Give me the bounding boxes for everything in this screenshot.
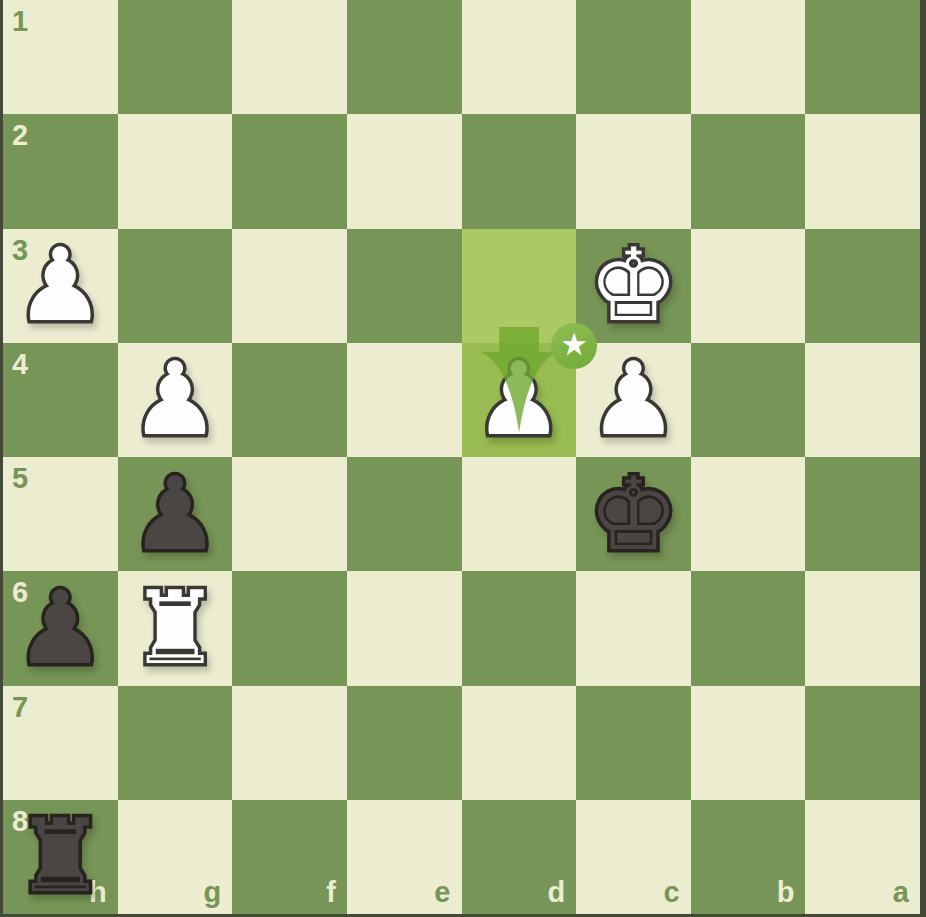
piece-white-pawn[interactable]: [118, 343, 233, 457]
file-label-f: f: [326, 878, 336, 907]
square-g5[interactable]: [118, 457, 233, 571]
square-a2[interactable]: [805, 114, 920, 228]
square-h4[interactable]: 4: [3, 343, 118, 457]
square-h7[interactable]: 7: [3, 686, 118, 800]
square-a8[interactable]: a: [805, 800, 920, 914]
square-f7[interactable]: [232, 686, 347, 800]
file-label-c: c: [664, 878, 680, 907]
square-f2[interactable]: [232, 114, 347, 228]
rank-label-2: 2: [12, 121, 28, 150]
square-e7[interactable]: [347, 686, 462, 800]
square-g2[interactable]: [118, 114, 233, 228]
square-e5[interactable]: [347, 457, 462, 571]
piece-black-rook[interactable]: [3, 800, 118, 914]
square-d3[interactable]: [462, 229, 577, 343]
square-d5[interactable]: [462, 457, 577, 571]
file-label-d: d: [547, 878, 565, 907]
square-e3[interactable]: [347, 229, 462, 343]
square-h2[interactable]: 2: [3, 114, 118, 228]
square-e6[interactable]: [347, 571, 462, 685]
rank-label-7: 7: [12, 693, 28, 722]
square-d7[interactable]: [462, 686, 577, 800]
square-h5[interactable]: 5: [3, 457, 118, 571]
square-a5[interactable]: [805, 457, 920, 571]
square-d8[interactable]: d: [462, 800, 577, 914]
square-c4[interactable]: [576, 343, 691, 457]
square-b2[interactable]: [691, 114, 806, 228]
chess-board: 12345678hgfedcba: [3, 0, 920, 914]
square-d6[interactable]: [462, 571, 577, 685]
square-d1[interactable]: [462, 0, 577, 114]
file-label-a: a: [893, 878, 909, 907]
piece-black-pawn[interactable]: [3, 571, 118, 685]
square-f8[interactable]: f: [232, 800, 347, 914]
square-g6[interactable]: [118, 571, 233, 685]
piece-white-pawn[interactable]: [462, 343, 577, 457]
square-c3[interactable]: [576, 229, 691, 343]
square-h6[interactable]: 6: [3, 571, 118, 685]
square-a1[interactable]: [805, 0, 920, 114]
square-g7[interactable]: [118, 686, 233, 800]
square-e2[interactable]: [347, 114, 462, 228]
square-c5[interactable]: [576, 457, 691, 571]
square-b8[interactable]: b: [691, 800, 806, 914]
square-b1[interactable]: [691, 0, 806, 114]
square-c6[interactable]: [576, 571, 691, 685]
file-label-e: e: [434, 878, 450, 907]
square-b3[interactable]: [691, 229, 806, 343]
piece-black-pawn[interactable]: [118, 457, 233, 571]
square-e1[interactable]: [347, 0, 462, 114]
square-d2[interactable]: [462, 114, 577, 228]
piece-white-pawn[interactable]: [576, 343, 691, 457]
square-f5[interactable]: [232, 457, 347, 571]
square-g1[interactable]: [118, 0, 233, 114]
square-h3[interactable]: 3: [3, 229, 118, 343]
square-f3[interactable]: [232, 229, 347, 343]
square-c8[interactable]: c: [576, 800, 691, 914]
square-g4[interactable]: [118, 343, 233, 457]
square-h1[interactable]: 1: [3, 0, 118, 114]
square-f4[interactable]: [232, 343, 347, 457]
square-h8[interactable]: 8h: [3, 800, 118, 914]
square-e8[interactable]: e: [347, 800, 462, 914]
square-a3[interactable]: [805, 229, 920, 343]
square-f1[interactable]: [232, 0, 347, 114]
square-d4[interactable]: [462, 343, 577, 457]
file-label-b: b: [777, 878, 795, 907]
piece-white-king[interactable]: [576, 229, 691, 343]
piece-white-pawn[interactable]: [3, 229, 118, 343]
square-b7[interactable]: [691, 686, 806, 800]
square-e4[interactable]: [347, 343, 462, 457]
square-a4[interactable]: [805, 343, 920, 457]
square-c7[interactable]: [576, 686, 691, 800]
rank-label-1: 1: [12, 7, 28, 36]
square-a6[interactable]: [805, 571, 920, 685]
square-b5[interactable]: [691, 457, 806, 571]
square-b6[interactable]: [691, 571, 806, 685]
app-background: { "game": "chess", "position": { "fen": …: [0, 0, 926, 917]
square-c1[interactable]: [576, 0, 691, 114]
square-a7[interactable]: [805, 686, 920, 800]
square-c2[interactable]: [576, 114, 691, 228]
square-b4[interactable]: [691, 343, 806, 457]
square-g3[interactable]: [118, 229, 233, 343]
rank-label-4: 4: [12, 350, 28, 379]
rank-label-5: 5: [12, 464, 28, 493]
square-g8[interactable]: g: [118, 800, 233, 914]
piece-black-king[interactable]: [576, 457, 691, 571]
file-label-g: g: [204, 878, 222, 907]
square-f6[interactable]: [232, 571, 347, 685]
piece-white-rook[interactable]: [118, 571, 233, 685]
